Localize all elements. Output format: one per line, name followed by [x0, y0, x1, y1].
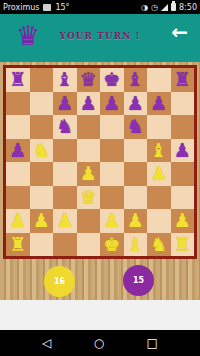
- square-b8[interactable]: [30, 68, 54, 92]
- purple-king: ♚: [103, 70, 120, 89]
- signal-icon: [161, 4, 168, 11]
- purple-pawn: ♟: [174, 141, 191, 160]
- purple-pawn: ♟: [150, 94, 167, 113]
- square-b3[interactable]: [30, 186, 54, 210]
- yellow-pawn: ♟: [56, 211, 73, 230]
- purple-queen: ♛: [80, 70, 97, 89]
- data-saver-icon: ◑: [141, 3, 148, 12]
- square-g3[interactable]: [147, 186, 171, 210]
- square-d3[interactable]: ♛: [77, 186, 101, 210]
- square-g6[interactable]: [147, 115, 171, 139]
- purple-bishop: ♝: [56, 70, 73, 89]
- square-g4[interactable]: ♟: [147, 162, 171, 186]
- yellow-pawn: ♟: [33, 211, 50, 230]
- square-d7[interactable]: ♟: [77, 92, 101, 116]
- yellow-pawn: ♟: [9, 211, 26, 230]
- yellow-pawn: ♟: [80, 164, 97, 183]
- purple-pawn: ♟: [56, 94, 73, 113]
- square-b6[interactable]: [30, 115, 54, 139]
- square-e3[interactable]: [100, 186, 124, 210]
- purple-bishop: ♝: [127, 70, 144, 89]
- purple-piece-count-badge[interactable]: 15: [123, 265, 154, 296]
- purple-knight: ♞: [56, 117, 73, 136]
- square-d1[interactable]: [77, 233, 101, 257]
- bottom-spacer: [0, 300, 200, 330]
- square-a5[interactable]: ♟: [6, 139, 30, 163]
- square-h4[interactable]: [171, 162, 195, 186]
- square-f5[interactable]: [124, 139, 148, 163]
- square-g7[interactable]: ♟: [147, 92, 171, 116]
- temperature-label: 15°: [55, 3, 69, 12]
- square-h1[interactable]: ♜: [171, 233, 195, 257]
- carrier-label: Proximus: [3, 3, 39, 12]
- play-area: ♜♝♛♚♝♜♟♟♟♟♟♞♞♟♞♝♟♟♟♛♟♟♟♟♟♟♜♚♝♞♜ 16 15: [0, 62, 200, 300]
- purple-pawn: ♟: [127, 94, 144, 113]
- square-e2[interactable]: ♟: [100, 209, 124, 233]
- square-b4[interactable]: [30, 162, 54, 186]
- status-bar: Proximus 15° ◑ ◷ 8:50: [0, 0, 200, 14]
- square-d2[interactable]: [77, 209, 101, 233]
- square-d6[interactable]: [77, 115, 101, 139]
- yellow-piece-count: 16: [54, 277, 65, 286]
- square-f6[interactable]: ♞: [124, 115, 148, 139]
- yellow-bishop: ♝: [150, 141, 167, 160]
- nav-home-icon[interactable]: ○: [94, 337, 104, 349]
- square-a8[interactable]: ♜: [6, 68, 30, 92]
- square-b1[interactable]: [30, 233, 54, 257]
- yellow-pawn: ♟: [150, 164, 167, 183]
- square-g8[interactable]: [147, 68, 171, 92]
- yellow-bishop: ♝: [127, 235, 144, 254]
- square-a2[interactable]: ♟: [6, 209, 30, 233]
- yellow-rook: ♜: [9, 235, 26, 254]
- clock-time: 8:50: [179, 3, 197, 12]
- nav-back-icon[interactable]: ◁: [42, 337, 51, 349]
- back-arrow-button[interactable]: ←: [171, 20, 188, 44]
- purple-pawn: ♟: [9, 141, 26, 160]
- square-c3[interactable]: [53, 186, 77, 210]
- square-a6[interactable]: [6, 115, 30, 139]
- square-h7[interactable]: [171, 92, 195, 116]
- square-a1[interactable]: ♜: [6, 233, 30, 257]
- square-f2[interactable]: ♟: [124, 209, 148, 233]
- square-e5[interactable]: [100, 139, 124, 163]
- alarm-clock-icon: ◷: [151, 3, 158, 12]
- square-c6[interactable]: ♞: [53, 115, 77, 139]
- purple-piece-count: 15: [133, 276, 144, 285]
- yellow-king: ♚: [103, 235, 120, 254]
- square-h5[interactable]: ♟: [171, 139, 195, 163]
- turn-indicator-title: YOUR TURN !: [0, 31, 200, 41]
- app-header: ♛ YOUR TURN ! ←: [0, 14, 200, 62]
- chess-board: ♜♝♛♚♝♜♟♟♟♟♟♞♞♟♞♝♟♟♟♛♟♟♟♟♟♟♜♚♝♞♜: [3, 65, 197, 259]
- square-h2[interactable]: ♟: [171, 209, 195, 233]
- square-b2[interactable]: ♟: [30, 209, 54, 233]
- square-h8[interactable]: ♜: [171, 68, 195, 92]
- purple-rook: ♜: [174, 70, 191, 89]
- yellow-knight: ♞: [33, 141, 50, 160]
- square-e8[interactable]: ♚: [100, 68, 124, 92]
- yellow-pawn: ♟: [127, 211, 144, 230]
- square-c8[interactable]: ♝: [53, 68, 77, 92]
- purple-rook: ♜: [9, 70, 26, 89]
- square-b5[interactable]: ♞: [30, 139, 54, 163]
- square-c1[interactable]: [53, 233, 77, 257]
- square-f8[interactable]: ♝: [124, 68, 148, 92]
- yellow-piece-count-badge[interactable]: 16: [44, 266, 75, 297]
- square-e6[interactable]: [100, 115, 124, 139]
- square-g5[interactable]: ♝: [147, 139, 171, 163]
- square-h6[interactable]: [171, 115, 195, 139]
- square-d4[interactable]: ♟: [77, 162, 101, 186]
- battery-icon: [171, 3, 176, 11]
- square-g1[interactable]: ♞: [147, 233, 171, 257]
- square-c2[interactable]: ♟: [53, 209, 77, 233]
- square-f3[interactable]: [124, 186, 148, 210]
- purple-pawn: ♟: [103, 94, 120, 113]
- yellow-rook: ♜: [174, 235, 191, 254]
- square-a3[interactable]: [6, 186, 30, 210]
- square-a7[interactable]: [6, 92, 30, 116]
- square-g2[interactable]: [147, 209, 171, 233]
- purple-pawn: ♟: [80, 94, 97, 113]
- square-f1[interactable]: ♝: [124, 233, 148, 257]
- yellow-knight: ♞: [150, 235, 167, 254]
- purple-knight: ♞: [127, 117, 144, 136]
- square-e4[interactable]: [100, 162, 124, 186]
- android-nav-bar: ◁ ○ □: [0, 330, 200, 356]
- square-c4[interactable]: [53, 162, 77, 186]
- square-f7[interactable]: ♟: [124, 92, 148, 116]
- yellow-pawn: ♟: [174, 211, 191, 230]
- yellow-pawn: ♟: [103, 211, 120, 230]
- square-h3[interactable]: [171, 186, 195, 210]
- square-e1[interactable]: ♚: [100, 233, 124, 257]
- square-e7[interactable]: ♟: [100, 92, 124, 116]
- sim-card-icon: [43, 4, 51, 11]
- square-d5[interactable]: [77, 139, 101, 163]
- square-c5[interactable]: [53, 139, 77, 163]
- square-f4[interactable]: [124, 162, 148, 186]
- square-a4[interactable]: [6, 162, 30, 186]
- yellow-queen: ♛: [80, 188, 97, 207]
- square-d8[interactable]: ♛: [77, 68, 101, 92]
- nav-recents-icon[interactable]: □: [146, 337, 157, 349]
- square-b7[interactable]: [30, 92, 54, 116]
- square-c7[interactable]: ♟: [53, 92, 77, 116]
